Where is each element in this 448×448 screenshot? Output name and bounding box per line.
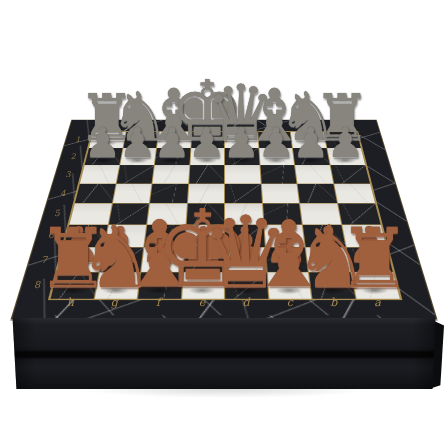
piece-white-pawn-c2[interactable]: ♟: [257, 123, 294, 164]
piece-white-pawn-a2[interactable]: ♟: [327, 123, 364, 164]
piece-black-rook-a8[interactable]: ♜: [338, 218, 412, 301]
piece-white-pawn-b2[interactable]: ♟: [292, 123, 329, 164]
piece-white-pawn-h2[interactable]: ♟: [84, 123, 121, 164]
piece-white-pawn-g2[interactable]: ♟: [119, 123, 156, 164]
square-h4[interactable]: [75, 184, 116, 204]
square-a4[interactable]: [334, 184, 375, 204]
piece-white-pawn-d2[interactable]: ♟: [223, 123, 260, 164]
chess-box-front: [10, 318, 438, 389]
square-h3[interactable]: [80, 165, 120, 183]
square-f3[interactable]: [152, 165, 189, 183]
square-g3[interactable]: [116, 165, 155, 183]
square-b3[interactable]: [295, 165, 334, 183]
square-e3[interactable]: [189, 165, 225, 183]
square-c3[interactable]: [260, 165, 297, 183]
square-d3[interactable]: [225, 165, 261, 183]
square-a3[interactable]: [330, 165, 370, 183]
chess-set-photo: hgfedcba12345678♜♞♝♚♛♝♞♜♟♟♟♟♟♟♟♟♟♟♟♟♟♟♟♟…: [0, 0, 448, 448]
piece-white-pawn-e2[interactable]: ♟: [188, 123, 225, 164]
piece-white-pawn-f2[interactable]: ♟: [153, 123, 190, 164]
